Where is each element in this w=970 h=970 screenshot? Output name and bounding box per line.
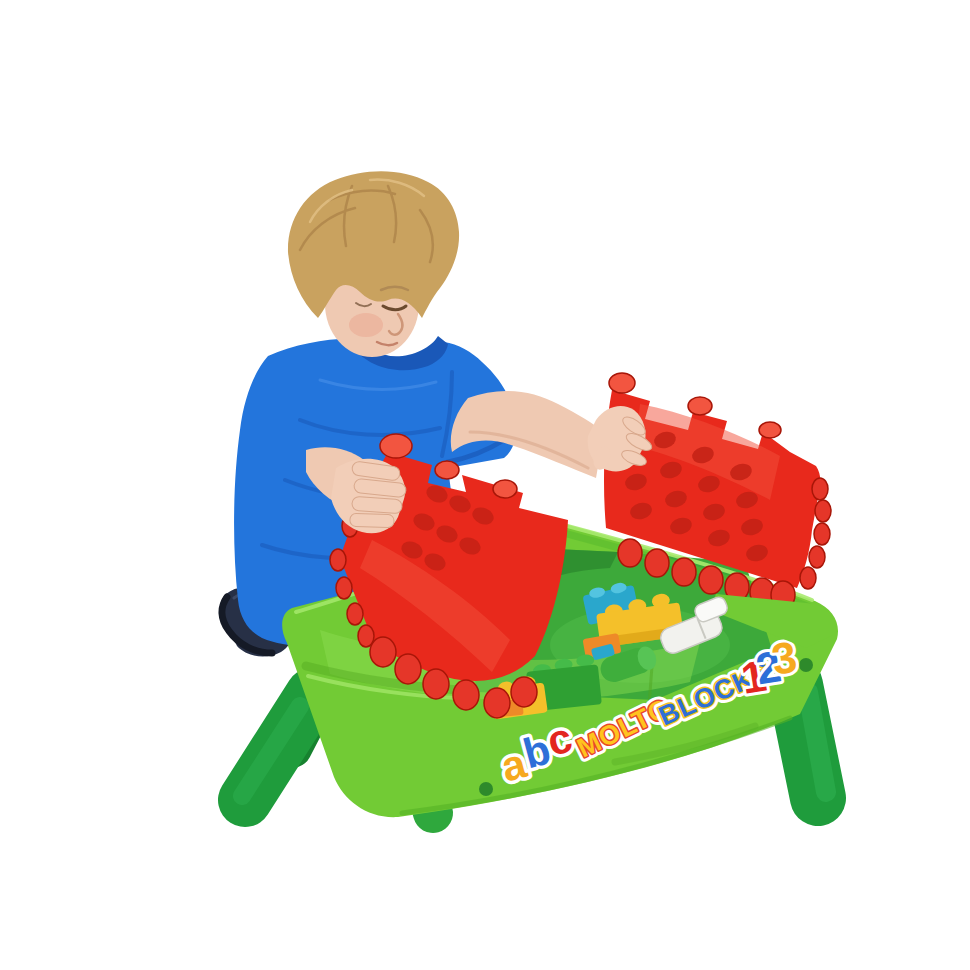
- stud: [618, 539, 642, 567]
- stud: [672, 558, 696, 586]
- stud: [699, 566, 723, 594]
- stud: [759, 422, 781, 438]
- stud: [812, 478, 828, 500]
- panel-dot-right: [799, 658, 813, 672]
- cheek-blush: [349, 313, 383, 337]
- stud: [380, 434, 412, 458]
- stud: [815, 500, 831, 522]
- stud: [336, 577, 352, 599]
- stud: [423, 669, 449, 699]
- stud: [435, 461, 459, 479]
- stud: [800, 567, 816, 589]
- stud: [395, 654, 421, 684]
- photo-stage: a b c MOLTO MOLTO BLOCKS BLOCKS 1 2 3: [0, 0, 970, 970]
- stud: [688, 397, 712, 415]
- stud: [493, 480, 517, 498]
- stud: [809, 546, 825, 568]
- stud: [370, 637, 396, 667]
- stud: [645, 549, 669, 577]
- finger: [350, 513, 394, 528]
- stud: [330, 549, 346, 571]
- stud: [609, 373, 635, 393]
- stud: [484, 688, 510, 718]
- stud: [511, 677, 537, 707]
- stud: [347, 603, 363, 625]
- panel-dot-left: [479, 782, 493, 796]
- stud: [453, 680, 479, 710]
- finger: [352, 496, 403, 513]
- scene-illustration: a b c MOLTO MOLTO BLOCKS BLOCKS 1 2 3: [0, 0, 970, 970]
- stud: [814, 523, 830, 545]
